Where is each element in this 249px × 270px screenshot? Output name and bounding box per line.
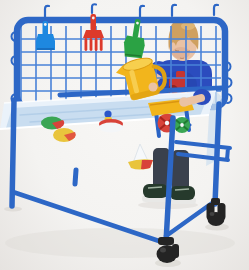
caster-back-right — [207, 198, 226, 226]
hanging-blue-spade — [36, 21, 55, 50]
child-right-shoe — [169, 186, 196, 204]
top-hooks — [45, 4, 218, 18]
toy-sailboat — [128, 144, 153, 170]
child-head — [169, 20, 199, 61]
child-left-shoe — [142, 184, 169, 202]
pie-disc-yellow — [53, 128, 76, 142]
right-front-leg — [166, 118, 173, 242]
scene-canvas — [0, 0, 249, 270]
child-left-hand — [149, 83, 158, 92]
product-photo-water-play-table — [0, 0, 249, 270]
left-back-leg — [75, 170, 76, 184]
child-right-hand — [179, 97, 189, 107]
